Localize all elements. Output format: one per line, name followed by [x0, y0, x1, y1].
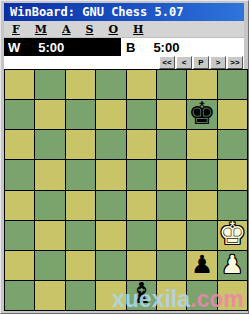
square-a4[interactable] [5, 191, 34, 220]
square-e4[interactable] [127, 191, 156, 220]
square-e8[interactable] [127, 70, 156, 99]
square-h5[interactable] [218, 160, 247, 189]
pause-button[interactable]: P [193, 56, 209, 69]
square-e5[interactable] [127, 160, 156, 189]
menu-help[interactable]: H [133, 23, 143, 36]
title-bar[interactable]: WinBoard: GNU Chess 5.07 [4, 3, 244, 21]
square-d8[interactable] [96, 70, 125, 99]
square-h1[interactable] [218, 281, 247, 310]
square-b3[interactable] [35, 221, 64, 250]
square-b8[interactable] [35, 70, 64, 99]
white-king[interactable]: ♚ [218, 218, 246, 249]
winboard-window: WinBoard: GNU Chess 5.07 F M A S O H W 5… [0, 0, 249, 314]
square-a5[interactable] [5, 160, 34, 189]
square-c4[interactable] [66, 191, 95, 220]
square-c6[interactable] [66, 130, 95, 159]
black-clock-label: B [126, 40, 135, 55]
square-b7[interactable] [35, 100, 64, 129]
nav-button-row: << < P > >> [4, 56, 244, 69]
white-clock-time: 5:00 [38, 40, 64, 55]
square-a2[interactable] [5, 251, 34, 280]
square-h8[interactable] [218, 70, 247, 99]
square-a3[interactable] [5, 221, 34, 250]
rewind-to-start-button[interactable]: << [159, 56, 175, 69]
square-b1[interactable] [35, 281, 64, 310]
square-f5[interactable] [157, 160, 186, 189]
square-a8[interactable] [5, 70, 34, 99]
square-h3[interactable]: ♚ [218, 221, 247, 250]
square-f1[interactable] [157, 281, 186, 310]
square-g6[interactable] [187, 130, 216, 159]
white-clock[interactable]: W 5:00 [4, 38, 121, 56]
square-e3[interactable] [127, 221, 156, 250]
square-f6[interactable] [157, 130, 186, 159]
square-d7[interactable] [96, 100, 125, 129]
black-clock-time: 5:00 [153, 40, 179, 55]
black-clock[interactable]: B 5:00 [121, 38, 179, 56]
square-h4[interactable] [218, 191, 247, 220]
square-b6[interactable] [35, 130, 64, 159]
square-d1[interactable] [96, 281, 125, 310]
square-g7[interactable]: ♚ [187, 100, 216, 129]
square-a1[interactable] [5, 281, 34, 310]
square-e1[interactable]: ♝ [127, 281, 156, 310]
fast-forward-button[interactable]: >> [227, 56, 243, 69]
square-c1[interactable] [66, 281, 95, 310]
square-e6[interactable] [127, 130, 156, 159]
square-a7[interactable] [5, 100, 34, 129]
square-a6[interactable] [5, 130, 34, 159]
square-b5[interactable] [35, 160, 64, 189]
square-d2[interactable] [96, 251, 125, 280]
square-e7[interactable] [127, 100, 156, 129]
menu-step[interactable]: S [86, 23, 94, 36]
window-title: WinBoard: GNU Chess 5.07 [10, 5, 183, 19]
square-f3[interactable] [157, 221, 186, 250]
square-c3[interactable] [66, 221, 95, 250]
square-g4[interactable] [187, 191, 216, 220]
square-g5[interactable] [187, 160, 216, 189]
square-f2[interactable] [157, 251, 186, 280]
black-king[interactable]: ♚ [188, 98, 216, 129]
menu-options[interactable]: O [109, 23, 119, 36]
square-c5[interactable] [66, 160, 95, 189]
step-back-button[interactable]: < [176, 56, 192, 69]
square-f8[interactable] [157, 70, 186, 99]
square-f4[interactable] [157, 191, 186, 220]
square-c8[interactable] [66, 70, 95, 99]
black-bishop[interactable]: ♝ [128, 279, 154, 308]
square-h7[interactable] [218, 100, 247, 129]
menu-bar: F M A S O H [4, 21, 244, 38]
square-g8[interactable] [187, 70, 216, 99]
square-c2[interactable] [66, 251, 95, 280]
square-b2[interactable] [35, 251, 64, 280]
square-e2[interactable] [127, 251, 156, 280]
square-d6[interactable] [96, 130, 125, 159]
square-h6[interactable] [218, 130, 247, 159]
square-d4[interactable] [96, 191, 125, 220]
square-g2[interactable]: ♟ [187, 251, 216, 280]
square-g3[interactable] [187, 221, 216, 250]
menu-file[interactable]: F [12, 23, 20, 36]
square-d3[interactable] [96, 221, 125, 250]
clock-row: W 5:00 B 5:00 [4, 38, 244, 56]
square-g1[interactable] [187, 281, 216, 310]
square-d5[interactable] [96, 160, 125, 189]
square-f7[interactable] [157, 100, 186, 129]
square-h2[interactable]: ♟ [218, 251, 247, 280]
menu-mode[interactable]: M [35, 23, 47, 36]
step-forward-button[interactable]: > [210, 56, 226, 69]
black-pawn[interactable]: ♟ [191, 252, 213, 277]
menu-action[interactable]: A [62, 23, 71, 36]
square-c7[interactable] [66, 100, 95, 129]
white-clock-label: W [8, 40, 20, 55]
square-b4[interactable] [35, 191, 64, 220]
white-pawn[interactable]: ♟ [221, 252, 243, 277]
chess-board: ♚♚♟♟♝ [4, 69, 248, 311]
